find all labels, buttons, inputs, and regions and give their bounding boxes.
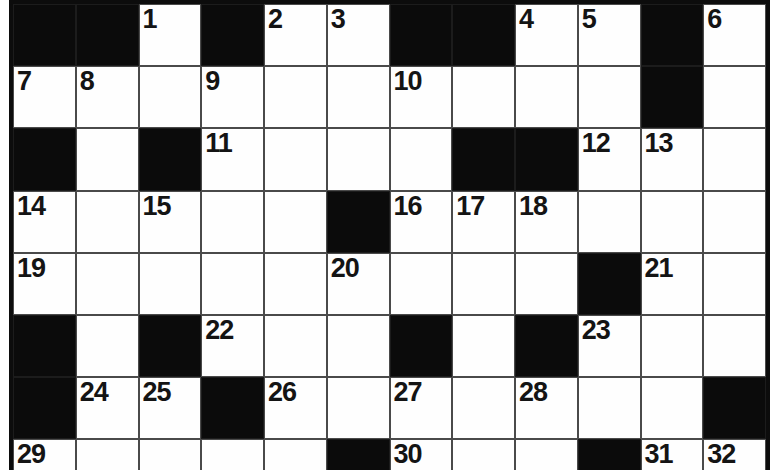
white-cell[interactable]: 8 xyxy=(76,66,139,128)
white-cell[interactable] xyxy=(703,128,766,190)
white-cell[interactable]: 19 xyxy=(13,253,76,315)
clue-number: 4 xyxy=(519,6,533,33)
page-background: 1234567891011121314151617181920212223242… xyxy=(0,0,780,470)
white-cell[interactable] xyxy=(139,439,202,470)
black-cell xyxy=(578,439,641,470)
white-cell[interactable] xyxy=(578,377,641,439)
black-cell xyxy=(452,128,515,190)
white-cell[interactable] xyxy=(452,315,515,377)
white-cell[interactable] xyxy=(264,128,327,190)
clue-number: 32 xyxy=(707,441,735,468)
crossword-grid: 1234567891011121314151617181920212223242… xyxy=(9,0,770,470)
black-cell xyxy=(703,377,766,439)
clue-number: 8 xyxy=(80,68,94,95)
white-cell[interactable] xyxy=(327,66,390,128)
clue-number: 11 xyxy=(205,130,232,157)
clue-number: 12 xyxy=(582,130,610,157)
black-cell xyxy=(515,128,578,190)
black-cell xyxy=(327,439,390,470)
white-cell[interactable] xyxy=(578,191,641,253)
white-cell[interactable] xyxy=(703,253,766,315)
white-cell[interactable]: 16 xyxy=(390,191,453,253)
white-cell[interactable] xyxy=(641,315,704,377)
white-cell[interactable] xyxy=(264,191,327,253)
white-cell[interactable]: 27 xyxy=(390,377,453,439)
clue-number: 24 xyxy=(80,379,108,406)
white-cell[interactable] xyxy=(703,66,766,128)
black-cell xyxy=(327,191,390,253)
clue-number: 31 xyxy=(645,441,673,468)
white-cell[interactable]: 21 xyxy=(641,253,704,315)
black-cell xyxy=(13,128,76,190)
black-cell xyxy=(452,4,515,66)
white-cell[interactable]: 22 xyxy=(201,315,264,377)
white-cell[interactable] xyxy=(452,439,515,470)
clue-number: 10 xyxy=(394,68,422,95)
white-cell[interactable] xyxy=(515,66,578,128)
white-cell[interactable]: 30 xyxy=(390,439,453,470)
white-cell[interactable]: 15 xyxy=(139,191,202,253)
white-cell[interactable]: 5 xyxy=(578,4,641,66)
white-cell[interactable] xyxy=(452,66,515,128)
white-cell[interactable] xyxy=(327,128,390,190)
white-cell[interactable] xyxy=(390,253,453,315)
white-cell[interactable] xyxy=(139,253,202,315)
clue-number: 13 xyxy=(645,130,673,157)
white-cell[interactable] xyxy=(76,439,139,470)
white-cell[interactable] xyxy=(327,315,390,377)
clue-number: 18 xyxy=(519,193,547,220)
white-cell[interactable]: 7 xyxy=(13,66,76,128)
white-cell[interactable]: 18 xyxy=(515,191,578,253)
clue-number: 14 xyxy=(17,193,45,220)
clue-number: 26 xyxy=(268,379,296,406)
clue-number: 3 xyxy=(331,6,345,33)
black-cell xyxy=(201,377,264,439)
clue-number: 6 xyxy=(707,6,721,33)
clue-number: 29 xyxy=(17,441,45,468)
white-cell[interactable] xyxy=(515,253,578,315)
white-cell[interactable]: 10 xyxy=(390,66,453,128)
white-cell[interactable]: 28 xyxy=(515,377,578,439)
white-cell[interactable] xyxy=(264,315,327,377)
white-cell[interactable] xyxy=(515,439,578,470)
clue-number: 17 xyxy=(456,193,484,220)
white-cell[interactable]: 13 xyxy=(641,128,704,190)
clue-number: 23 xyxy=(582,317,610,344)
white-cell[interactable]: 6 xyxy=(703,4,766,66)
white-cell[interactable]: 3 xyxy=(327,4,390,66)
clue-number: 16 xyxy=(394,193,422,220)
white-cell[interactable]: 26 xyxy=(264,377,327,439)
white-cell[interactable] xyxy=(390,128,453,190)
black-cell xyxy=(641,66,704,128)
clue-number: 21 xyxy=(645,255,673,282)
black-cell xyxy=(13,315,76,377)
white-cell[interactable]: 11 xyxy=(201,128,264,190)
black-cell xyxy=(139,128,202,190)
white-cell[interactable]: 14 xyxy=(13,191,76,253)
black-cell xyxy=(515,315,578,377)
white-cell[interactable] xyxy=(139,66,202,128)
clue-number: 28 xyxy=(519,379,547,406)
clue-number: 1 xyxy=(143,6,157,33)
white-cell[interactable]: 32 xyxy=(703,439,766,470)
black-cell xyxy=(390,315,453,377)
black-cell xyxy=(641,4,704,66)
clue-number: 25 xyxy=(143,379,171,406)
white-cell[interactable] xyxy=(641,191,704,253)
white-cell[interactable]: 4 xyxy=(515,4,578,66)
clue-number: 19 xyxy=(17,255,45,282)
white-cell[interactable]: 12 xyxy=(578,128,641,190)
clue-number: 7 xyxy=(17,68,31,95)
white-cell[interactable] xyxy=(264,66,327,128)
clue-number: 5 xyxy=(582,6,596,33)
white-cell[interactable]: 2 xyxy=(264,4,327,66)
white-cell[interactable] xyxy=(703,315,766,377)
white-cell[interactable] xyxy=(452,253,515,315)
clue-number: 2 xyxy=(268,6,282,33)
white-cell[interactable] xyxy=(201,191,264,253)
clue-number: 20 xyxy=(331,255,359,282)
clue-number: 15 xyxy=(143,193,171,220)
white-cell[interactable]: 25 xyxy=(139,377,202,439)
clue-number: 30 xyxy=(394,441,422,468)
black-cell xyxy=(13,4,76,66)
white-cell[interactable]: 1 xyxy=(139,4,202,66)
white-cell[interactable] xyxy=(264,439,327,470)
black-cell xyxy=(139,315,202,377)
white-cell[interactable]: 9 xyxy=(201,66,264,128)
white-cell[interactable] xyxy=(76,253,139,315)
clue-number: 27 xyxy=(394,379,422,406)
black-cell xyxy=(578,253,641,315)
white-cell[interactable]: 29 xyxy=(13,439,76,470)
white-cell[interactable] xyxy=(201,439,264,470)
white-cell[interactable] xyxy=(452,377,515,439)
clue-number: 22 xyxy=(205,317,233,344)
white-cell[interactable]: 31 xyxy=(641,439,704,470)
clue-number: 9 xyxy=(205,68,219,95)
white-cell[interactable] xyxy=(76,191,139,253)
white-cell[interactable]: 17 xyxy=(452,191,515,253)
white-cell[interactable] xyxy=(76,315,139,377)
white-cell[interactable] xyxy=(703,191,766,253)
white-cell[interactable] xyxy=(641,377,704,439)
black-cell xyxy=(390,4,453,66)
white-cell[interactable]: 23 xyxy=(578,315,641,377)
black-cell xyxy=(13,377,76,439)
white-cell[interactable]: 20 xyxy=(327,253,390,315)
white-cell[interactable] xyxy=(327,377,390,439)
black-cell xyxy=(76,4,139,66)
black-cell xyxy=(201,4,264,66)
white-cell[interactable] xyxy=(76,128,139,190)
white-cell[interactable] xyxy=(578,66,641,128)
white-cell[interactable]: 24 xyxy=(76,377,139,439)
white-cell[interactable] xyxy=(264,253,327,315)
white-cell[interactable] xyxy=(201,253,264,315)
